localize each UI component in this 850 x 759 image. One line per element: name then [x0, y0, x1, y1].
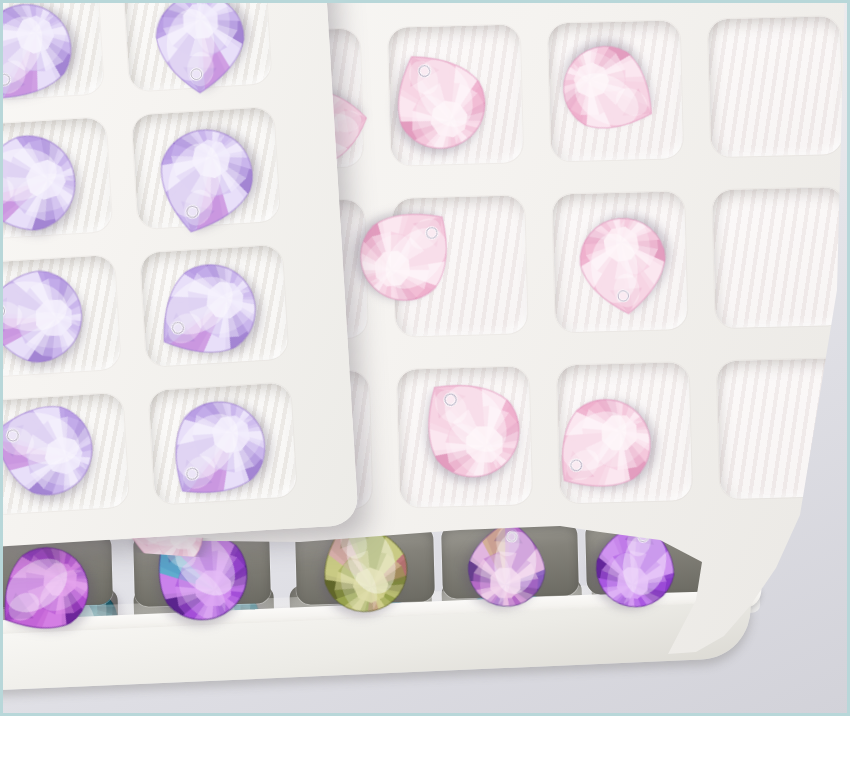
tray-cell: [717, 358, 850, 499]
purple-crystal-tray: [0, 0, 359, 550]
page-bottom-strip: [0, 716, 850, 759]
crystal-pink-5: [545, 175, 699, 329]
crystal-lavender-8: [118, 333, 333, 548]
product-photo-crystal-trays: [0, 0, 850, 716]
tray-cell: [712, 187, 848, 328]
tray-cell: [708, 16, 844, 157]
